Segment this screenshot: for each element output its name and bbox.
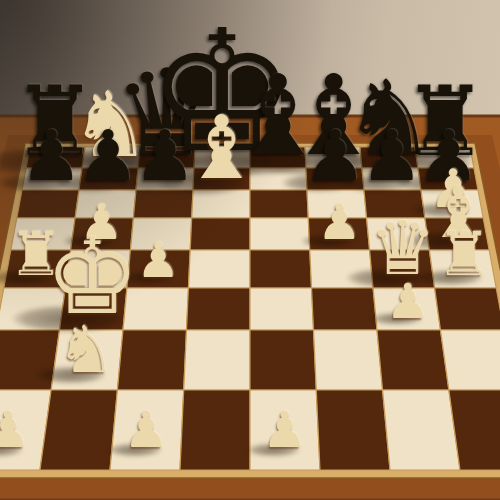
piece-white-knight-b2[interactable]: ♞ [57, 317, 115, 382]
piece-white-pawn-c4[interactable]: ♟ [137, 235, 180, 283]
piece-white-pawn-g3[interactable]: ♟ [386, 276, 429, 324]
pieces-layer: ♜♞♛♚♝♝♞♜♟♟♟♝♟♟♟♟♟♟♝♜♟♛♜♚♟♞♟♟♟ [0, 0, 500, 500]
piece-white-pawn-a1[interactable]: ♟ [0, 406, 30, 456]
piece-black-pawn-f7[interactable]: ♟ [304, 121, 367, 191]
piece-white-rook-h4[interactable]: ♜ [437, 224, 491, 285]
piece-white-pawn-e1[interactable]: ♟ [262, 406, 307, 456]
piece-black-pawn-b7[interactable]: ♟ [77, 121, 140, 191]
piece-black-pawn-a7[interactable]: ♟ [20, 121, 83, 191]
piece-white-pawn-f5[interactable]: ♟ [317, 198, 361, 247]
piece-white-pawn-c1[interactable]: ♟ [124, 406, 169, 456]
piece-white-bishop-d7[interactable]: ♝ [182, 105, 260, 192]
piece-black-pawn-g7[interactable]: ♟ [361, 121, 424, 191]
chess-3d-scene: ♜♞♛♚♝♝♞♜♟♟♟♝♟♟♟♟♟♟♝♜♟♛♜♚♟♞♟♟♟ [0, 0, 500, 500]
